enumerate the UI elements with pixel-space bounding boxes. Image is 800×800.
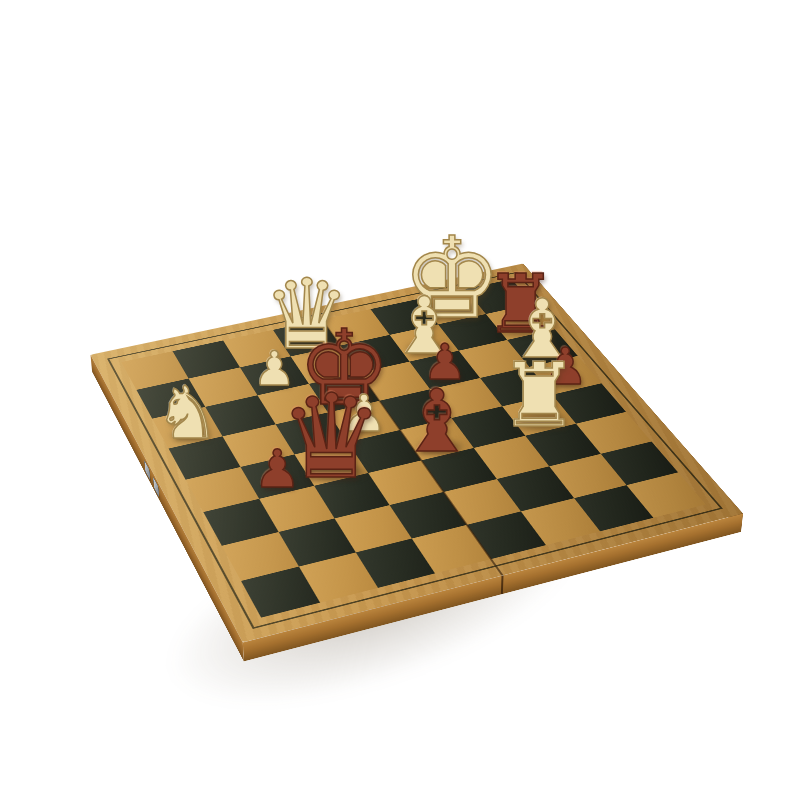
square-d2[interactable] bbox=[390, 492, 467, 539]
square-a1[interactable] bbox=[241, 567, 320, 618]
square-c2[interactable] bbox=[335, 505, 412, 552]
board-surface bbox=[90, 264, 743, 643]
chess-board bbox=[90, 264, 743, 643]
square-b1[interactable] bbox=[299, 552, 378, 602]
square-a4[interactable] bbox=[186, 467, 260, 512]
square-c3[interactable] bbox=[314, 473, 389, 518]
square-a2[interactable] bbox=[222, 532, 299, 581]
fold-seam-edge bbox=[501, 575, 504, 594]
square-d3[interactable] bbox=[368, 460, 443, 505]
square-h2[interactable] bbox=[601, 442, 678, 486]
square-g1[interactable] bbox=[574, 485, 653, 531]
product-photo-stage: ♛♚♟♝♜♞♚♟♝♟♟♟♛♝♜ bbox=[0, 0, 800, 800]
square-e2[interactable] bbox=[444, 479, 521, 525]
square-f3[interactable] bbox=[474, 436, 549, 479]
square-c1[interactable] bbox=[356, 539, 435, 588]
square-g3[interactable] bbox=[525, 424, 600, 467]
square-b5[interactable] bbox=[223, 424, 295, 467]
square-c4[interactable] bbox=[295, 442, 369, 486]
square-e3[interactable] bbox=[421, 448, 496, 492]
square-f1[interactable] bbox=[521, 498, 600, 545]
square-h1[interactable] bbox=[627, 472, 706, 517]
square-g2[interactable] bbox=[549, 454, 626, 498]
board-scene bbox=[150, 180, 650, 680]
square-f2[interactable] bbox=[497, 466, 574, 511]
square-d1[interactable] bbox=[412, 525, 491, 574]
square-e1[interactable] bbox=[467, 511, 546, 559]
square-d4[interactable] bbox=[348, 430, 422, 473]
playing-area bbox=[121, 279, 705, 618]
square-a5[interactable] bbox=[169, 436, 241, 479]
square-b3[interactable] bbox=[259, 486, 334, 532]
square-b2[interactable] bbox=[279, 518, 356, 566]
square-b4[interactable] bbox=[240, 454, 314, 498]
square-a3[interactable] bbox=[203, 499, 278, 546]
